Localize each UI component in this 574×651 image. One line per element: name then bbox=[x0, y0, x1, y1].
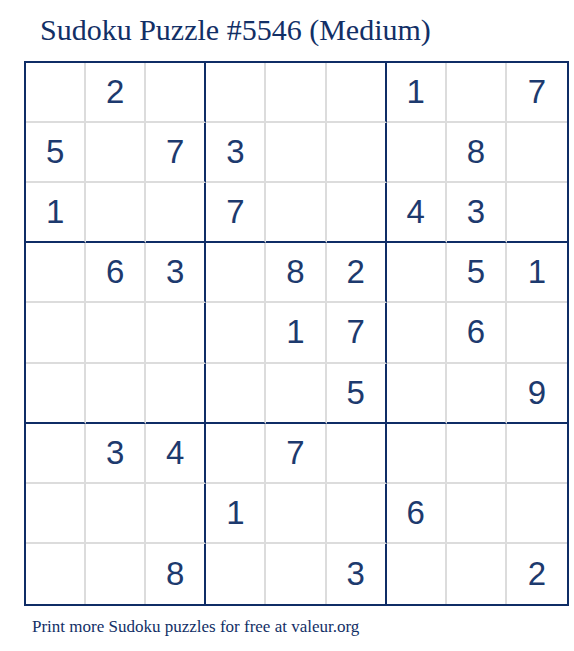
cell-r9c3: 8 bbox=[146, 544, 206, 604]
cell-r6c7 bbox=[387, 364, 447, 424]
cell-r6c5 bbox=[266, 364, 326, 424]
cell-r8c6 bbox=[327, 484, 387, 544]
cell-r1c4 bbox=[206, 63, 266, 123]
cell-r9c4 bbox=[206, 544, 266, 604]
cell-r7c4 bbox=[206, 424, 266, 484]
cell-r8c3 bbox=[146, 484, 206, 544]
cell-r3c2 bbox=[86, 183, 146, 243]
cell-r5c4 bbox=[206, 303, 266, 363]
cell-r6c9: 9 bbox=[507, 364, 567, 424]
cell-r4c2: 6 bbox=[86, 243, 146, 303]
cell-r4c9: 1 bbox=[507, 243, 567, 303]
cell-r5c8: 6 bbox=[447, 303, 507, 363]
cell-r1c3 bbox=[146, 63, 206, 123]
cell-r4c4 bbox=[206, 243, 266, 303]
cell-r2c5 bbox=[266, 123, 326, 183]
cell-r2c4: 3 bbox=[206, 123, 266, 183]
cell-r8c8 bbox=[447, 484, 507, 544]
cell-r9c5 bbox=[266, 544, 326, 604]
cell-r5c1 bbox=[26, 303, 86, 363]
cell-r5c6: 7 bbox=[327, 303, 387, 363]
cell-r7c2: 3 bbox=[86, 424, 146, 484]
sudoku-grid: 217573817436382511765934716832 bbox=[24, 61, 569, 606]
cell-r5c9 bbox=[507, 303, 567, 363]
cell-r2c3: 7 bbox=[146, 123, 206, 183]
cell-r5c5: 1 bbox=[266, 303, 326, 363]
cell-r1c6 bbox=[327, 63, 387, 123]
cell-r6c3 bbox=[146, 364, 206, 424]
cell-r6c1 bbox=[26, 364, 86, 424]
cell-r6c6: 5 bbox=[327, 364, 387, 424]
cell-r1c9: 7 bbox=[507, 63, 567, 123]
cell-r2c7 bbox=[387, 123, 447, 183]
cell-r2c8: 8 bbox=[447, 123, 507, 183]
cell-r9c6: 3 bbox=[327, 544, 387, 604]
cell-r6c2 bbox=[86, 364, 146, 424]
cell-r1c7: 1 bbox=[387, 63, 447, 123]
cell-r4c3: 3 bbox=[146, 243, 206, 303]
cell-r4c8: 5 bbox=[447, 243, 507, 303]
cell-r1c2: 2 bbox=[86, 63, 146, 123]
cell-r8c5 bbox=[266, 484, 326, 544]
cell-r5c2 bbox=[86, 303, 146, 363]
cell-r3c8: 3 bbox=[447, 183, 507, 243]
cell-r7c5: 7 bbox=[266, 424, 326, 484]
cell-r9c2 bbox=[86, 544, 146, 604]
cell-r8c1 bbox=[26, 484, 86, 544]
cell-r6c8 bbox=[447, 364, 507, 424]
cell-r8c7: 6 bbox=[387, 484, 447, 544]
cell-r5c3 bbox=[146, 303, 206, 363]
cell-r4c5: 8 bbox=[266, 243, 326, 303]
cell-r3c1: 1 bbox=[26, 183, 86, 243]
cell-r7c6 bbox=[327, 424, 387, 484]
cell-r4c7 bbox=[387, 243, 447, 303]
cell-r1c5 bbox=[266, 63, 326, 123]
cell-r3c3 bbox=[146, 183, 206, 243]
cell-r7c7 bbox=[387, 424, 447, 484]
cell-r2c1: 5 bbox=[26, 123, 86, 183]
cell-r8c2 bbox=[86, 484, 146, 544]
cell-r4c1 bbox=[26, 243, 86, 303]
footer-text: Print more Sudoku puzzles for free at va… bbox=[32, 617, 359, 637]
cell-r2c2 bbox=[86, 123, 146, 183]
cell-r7c9 bbox=[507, 424, 567, 484]
cell-r7c3: 4 bbox=[146, 424, 206, 484]
cell-r8c4: 1 bbox=[206, 484, 266, 544]
cell-r9c7 bbox=[387, 544, 447, 604]
cell-r6c4 bbox=[206, 364, 266, 424]
cell-r3c5 bbox=[266, 183, 326, 243]
cell-r9c8 bbox=[447, 544, 507, 604]
cell-r9c1 bbox=[26, 544, 86, 604]
cell-r3c4: 7 bbox=[206, 183, 266, 243]
cell-r9c9: 2 bbox=[507, 544, 567, 604]
cell-r1c8 bbox=[447, 63, 507, 123]
page-title: Sudoku Puzzle #5546 (Medium) bbox=[40, 13, 431, 47]
cell-r3c6 bbox=[327, 183, 387, 243]
cell-r3c9 bbox=[507, 183, 567, 243]
cell-r4c6: 2 bbox=[327, 243, 387, 303]
cell-r5c7 bbox=[387, 303, 447, 363]
cell-r2c9 bbox=[507, 123, 567, 183]
cell-r8c9 bbox=[507, 484, 567, 544]
cell-r7c1 bbox=[26, 424, 86, 484]
cell-r2c6 bbox=[327, 123, 387, 183]
cell-r1c1 bbox=[26, 63, 86, 123]
sudoku-page: Sudoku Puzzle #5546 (Medium) 21757381743… bbox=[0, 0, 574, 651]
cell-r3c7: 4 bbox=[387, 183, 447, 243]
cell-r7c8 bbox=[447, 424, 507, 484]
